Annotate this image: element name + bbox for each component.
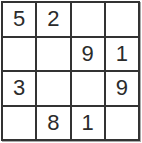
cell-r3c4[interactable]: 9 xyxy=(106,72,138,105)
cell-r2c4[interactable]: 1 xyxy=(106,38,138,71)
cell-r4c2[interactable]: 8 xyxy=(37,107,69,140)
cell-r2c3[interactable]: 9 xyxy=(72,38,104,71)
cell-r3c2[interactable] xyxy=(37,72,69,105)
cell-r1c2[interactable]: 2 xyxy=(37,3,69,36)
cell-r1c1[interactable]: 5 xyxy=(3,3,35,36)
board-wrapper: 5 2 9 1 3 9 8 1 xyxy=(0,0,142,141)
cell-r4c1[interactable] xyxy=(3,107,35,140)
cell-r4c3[interactable]: 1 xyxy=(72,107,104,140)
cell-r1c3[interactable] xyxy=(72,3,104,36)
sudoku-board: 5 2 9 1 3 9 8 1 xyxy=(1,1,140,141)
cell-r3c1[interactable]: 3 xyxy=(3,72,35,105)
cell-r3c3[interactable] xyxy=(72,72,104,105)
cell-r4c4[interactable] xyxy=(106,107,138,140)
cell-r2c2[interactable] xyxy=(37,38,69,71)
cell-r2c1[interactable] xyxy=(3,38,35,71)
cell-r1c4[interactable] xyxy=(106,3,138,36)
